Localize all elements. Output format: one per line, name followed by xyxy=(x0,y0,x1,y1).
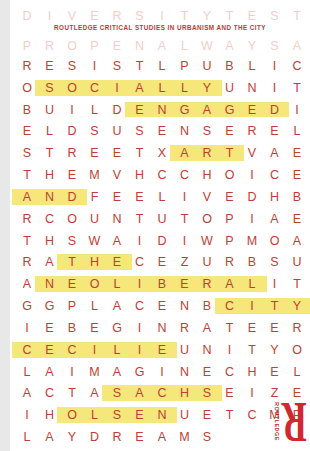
grid-cell: C xyxy=(151,164,174,186)
grid-cell: T xyxy=(218,317,241,339)
grid-cell: P xyxy=(83,37,106,54)
grid-cell: L xyxy=(16,361,39,383)
grid-cell: N xyxy=(151,317,174,339)
grid-cell: Y xyxy=(196,77,219,99)
grid-cell: S xyxy=(128,120,151,142)
grid-cell: V xyxy=(196,186,219,208)
grid-cell: T xyxy=(128,142,151,164)
grid-cell: I xyxy=(151,7,174,24)
grid-cell: U xyxy=(173,339,196,361)
grid-cell: V xyxy=(106,164,129,186)
grid-cell: C xyxy=(38,208,61,230)
grid-cell: Y xyxy=(241,37,264,54)
grid-cell: E xyxy=(38,339,61,361)
grid-cell: N xyxy=(128,37,151,54)
grid-cell: D xyxy=(151,230,174,252)
grid-cell: S xyxy=(106,404,129,426)
grid-cell: S xyxy=(196,382,219,404)
grid-cell: O xyxy=(61,208,84,230)
grid-cell: E xyxy=(61,273,84,295)
grid-cell: G xyxy=(16,295,39,317)
grid-cell: E xyxy=(38,55,61,77)
routledge-logo: ROUTLEDGE R xyxy=(274,398,307,446)
grid-cell: E xyxy=(38,317,61,339)
grid-cell: S xyxy=(263,251,286,273)
grid-cell: R xyxy=(106,426,129,448)
grid-cell: O xyxy=(16,77,39,99)
grid-cell: R xyxy=(196,273,219,295)
grid-cell: T xyxy=(128,208,151,230)
grid-cell: B xyxy=(241,251,264,273)
grid-cell: D xyxy=(16,7,39,24)
grid-cell: T xyxy=(128,55,151,77)
grid-cell: I xyxy=(263,273,286,295)
grid-cell: I xyxy=(38,7,61,24)
grid-cell: A xyxy=(106,361,129,383)
grid-cell: P xyxy=(218,208,241,230)
grid-cell: A xyxy=(218,37,241,54)
grid-cell: I xyxy=(286,99,309,121)
grid-cell: C xyxy=(218,295,241,317)
grid-cell: B xyxy=(286,186,309,208)
grid-cell: A xyxy=(263,208,286,230)
grid-cell: E xyxy=(151,339,174,361)
grid-cell: P xyxy=(218,230,241,252)
grid-cell: N xyxy=(173,120,196,142)
grid-cell: I xyxy=(218,339,241,361)
grid-cell: C xyxy=(151,382,174,404)
grid-cell: B xyxy=(218,55,241,77)
grid-cell: I xyxy=(263,55,286,77)
grid-cell: T xyxy=(218,142,241,164)
grid-cell: S xyxy=(38,77,61,99)
grid-cell: E xyxy=(173,273,196,295)
grid-cell: Y xyxy=(286,295,309,317)
grid-cell: A xyxy=(16,382,39,404)
routledge-logo-text: ROUTLEDGE xyxy=(274,400,280,444)
grid-cell: X xyxy=(151,142,174,164)
grid-cell: I xyxy=(61,99,84,121)
grid-cell: I xyxy=(61,361,84,383)
grid-cell: H xyxy=(196,164,219,186)
grid-cell: U xyxy=(173,404,196,426)
grid-cell: R xyxy=(38,37,61,54)
grid-cell: E xyxy=(128,99,151,121)
grid-cell: T xyxy=(173,208,196,230)
grid-cell: R xyxy=(106,7,129,24)
grid-cell: L xyxy=(173,77,196,99)
grid-cell: G xyxy=(128,361,151,383)
grid-cell: C xyxy=(241,404,264,426)
grid-cell: U xyxy=(106,120,129,142)
grid-cell: L xyxy=(151,77,174,99)
grid-cell: L xyxy=(151,55,174,77)
grid-cell: E xyxy=(241,317,264,339)
grid-cell: A xyxy=(106,230,129,252)
grid-cell: T xyxy=(241,339,264,361)
grid-cell: C xyxy=(128,295,151,317)
grid-cell: L xyxy=(241,273,264,295)
grid-cell: S xyxy=(196,120,219,142)
grid-cell: N xyxy=(196,339,219,361)
grid-cell: D xyxy=(83,426,106,448)
grid-cell: T xyxy=(38,142,61,164)
grid-cell: R xyxy=(196,142,219,164)
grid-cell: T xyxy=(173,7,196,24)
word-search-grid: RESISTLPUBLICOSOCIALLYUNITBUILDENGAGEDIE… xyxy=(10,55,308,448)
grid-cell: R xyxy=(16,251,39,273)
grid-cell: E xyxy=(286,208,309,230)
grid-cell: L xyxy=(151,186,174,208)
grid-cell: I xyxy=(106,77,129,99)
routledge-r-mark-box: R xyxy=(281,399,307,445)
grid-cell: R xyxy=(16,55,39,77)
grid-cell: A xyxy=(151,426,174,448)
grid-cell: I xyxy=(151,361,174,383)
grid-cell: H xyxy=(128,164,151,186)
grid-cell: D xyxy=(263,99,286,121)
grid-cell: U xyxy=(38,99,61,121)
grid-cell: V xyxy=(61,7,84,24)
grid-cell: E xyxy=(196,361,219,383)
grid-cell: L xyxy=(173,37,196,54)
grid-cell: M xyxy=(241,230,264,252)
grid-cell: L xyxy=(106,273,129,295)
grid-cell: T xyxy=(286,273,309,295)
grid-cell: L xyxy=(83,99,106,121)
grid-cell: I xyxy=(241,208,264,230)
grid-cell: B xyxy=(61,317,84,339)
grid-cell: A xyxy=(38,426,61,448)
grid-cell: D xyxy=(61,120,84,142)
grid-cell: L xyxy=(16,426,39,448)
grid-cell: U xyxy=(196,251,219,273)
grid-cell: E xyxy=(286,142,309,164)
grid-cell: E xyxy=(16,120,39,142)
grid-cell: O xyxy=(196,208,219,230)
grid-cell: Z xyxy=(173,251,196,273)
grid-cell: I xyxy=(83,55,106,77)
grid-cell: C xyxy=(128,251,151,273)
grid-cell: U xyxy=(196,55,219,77)
grid-cell: I xyxy=(128,230,151,252)
grid-cell: S xyxy=(196,426,219,448)
grid-cell: C xyxy=(173,164,196,186)
grid-cell: P xyxy=(173,55,196,77)
grid-cell: G xyxy=(38,295,61,317)
grid-cell: E xyxy=(128,426,151,448)
grid-cell: A xyxy=(196,99,219,121)
grid-cell: C xyxy=(38,382,61,404)
grid-cell: A xyxy=(286,230,309,252)
grid-cell: E xyxy=(128,186,151,208)
grid-cell: H xyxy=(38,230,61,252)
faint-letter-row-second: PROPENALWAYSA xyxy=(10,37,308,54)
grid-cell: O xyxy=(61,404,84,426)
grid-cell: E xyxy=(286,164,309,186)
grid-cell: R xyxy=(173,317,196,339)
grid-cell: E xyxy=(106,186,129,208)
grid-cell: I xyxy=(128,273,151,295)
grid-cell: E xyxy=(263,120,286,142)
grid-cell: B xyxy=(16,99,39,121)
grid-cell: O xyxy=(61,37,84,54)
grid-cell: L xyxy=(83,404,106,426)
faint-letter-row-top: DIVERSITYTEST xyxy=(10,7,308,24)
grid-cell: A xyxy=(38,361,61,383)
grid-cell: C xyxy=(286,55,309,77)
grid-cell: O xyxy=(218,164,241,186)
grid-cell: Y xyxy=(61,426,84,448)
grid-cell: A xyxy=(38,251,61,273)
grid-cell: G xyxy=(106,317,129,339)
grid-cell: E xyxy=(151,251,174,273)
grid-cell: N xyxy=(151,404,174,426)
grid-cell: C xyxy=(83,77,106,99)
grid-cell: L xyxy=(286,120,309,142)
grid-cell: U xyxy=(286,251,309,273)
grid-cell: T xyxy=(61,251,84,273)
grid-cell: A xyxy=(16,273,39,295)
grid-cell: S xyxy=(61,55,84,77)
grid-cell: S xyxy=(263,7,286,24)
grid-cell: I xyxy=(83,339,106,361)
grid-cell: O xyxy=(286,339,309,361)
grid-cell: E xyxy=(196,404,219,426)
grid-cell: I xyxy=(263,77,286,99)
grid-cell: L xyxy=(106,339,129,361)
grid-cell: T xyxy=(16,164,39,186)
grid-cell: R xyxy=(241,120,264,142)
grid-cell: S xyxy=(106,382,129,404)
grid-cell: A xyxy=(106,295,129,317)
grid-cell: N xyxy=(38,273,61,295)
grid-cell: I xyxy=(128,339,151,361)
grid-cell: A xyxy=(83,382,106,404)
book-cover: DIVERSITYTEST ROUTLEDGE CRITICAL STUDIES… xyxy=(10,0,310,451)
grid-cell: T xyxy=(263,295,286,317)
grid-cell: I xyxy=(173,230,196,252)
grid-cell: I xyxy=(241,164,264,186)
grid-cell: M xyxy=(173,426,196,448)
grid-cell: L xyxy=(83,295,106,317)
grid-cell: E xyxy=(263,361,286,383)
grid-cell: G xyxy=(218,99,241,121)
grid-cell: G xyxy=(173,99,196,121)
grid-cell: E xyxy=(218,186,241,208)
grid-cell: E xyxy=(83,7,106,24)
grid-cell: M xyxy=(83,361,106,383)
series-title: ROUTLEDGE CRITICAL STUDIES IN URBANISM A… xyxy=(10,24,310,31)
grid-cell: S xyxy=(83,120,106,142)
grid-cell: R xyxy=(218,251,241,273)
grid-cell: U xyxy=(83,208,106,230)
grid-cell: W xyxy=(196,37,219,54)
grid-cell: S xyxy=(128,7,151,24)
grid-cell: B xyxy=(151,273,174,295)
grid-cell: N xyxy=(106,208,129,230)
grid-cell: A xyxy=(263,142,286,164)
grid-cell: H xyxy=(173,382,196,404)
grid-cell: C xyxy=(263,164,286,186)
grid-cell: H xyxy=(83,251,106,273)
grid-cell: E xyxy=(83,142,106,164)
grid-cell: I xyxy=(241,295,264,317)
grid-cell: A xyxy=(286,37,309,54)
grid-cell: L xyxy=(286,361,309,383)
grid-cell: E xyxy=(151,295,174,317)
grid-cell: A xyxy=(16,186,39,208)
grid-cell: E xyxy=(263,317,286,339)
grid-cell: D xyxy=(61,186,84,208)
grid-cell: T xyxy=(286,77,309,99)
grid-cell: E xyxy=(218,382,241,404)
grid-cell: E xyxy=(83,317,106,339)
grid-cell: O xyxy=(61,77,84,99)
grid-cell: A xyxy=(128,382,151,404)
grid-cell: A xyxy=(218,273,241,295)
grid-cell: N xyxy=(151,99,174,121)
grid-cell: E xyxy=(106,142,129,164)
grid-cell: E xyxy=(128,404,151,426)
word-search-board: RESISTLPUBLICOSOCIALLYUNITBUILDENGAGEDIE… xyxy=(10,55,310,448)
grid-cell: N xyxy=(38,186,61,208)
grid-cell: D xyxy=(241,186,264,208)
grid-cell: W xyxy=(196,230,219,252)
routledge-r-icon: R xyxy=(281,400,306,444)
grid-cell: O xyxy=(263,230,286,252)
grid-cell: V xyxy=(241,142,264,164)
grid-cell: U xyxy=(151,208,174,230)
grid-cell: N xyxy=(241,77,264,99)
grid-cell: E xyxy=(61,164,84,186)
grid-cell: I xyxy=(16,404,39,426)
grid-cell: E xyxy=(241,7,264,24)
grid-cell: A xyxy=(196,317,219,339)
grid-cell: E xyxy=(106,251,129,273)
grid-cell: H xyxy=(38,404,61,426)
grid-cell: R xyxy=(61,142,84,164)
grid-cell: T xyxy=(218,7,241,24)
grid-cell: A xyxy=(151,37,174,54)
grid-cell: C xyxy=(16,339,39,361)
grid-cell: N xyxy=(173,361,196,383)
grid-cell: C xyxy=(61,339,84,361)
grid-cell: D xyxy=(106,99,129,121)
grid-cell: T xyxy=(218,404,241,426)
grid-cell: P xyxy=(61,295,84,317)
grid-cell: T xyxy=(16,230,39,252)
grid-cell: A xyxy=(173,142,196,164)
grid-cell: M xyxy=(83,164,106,186)
grid-cell: T xyxy=(286,7,309,24)
grid-cell: S xyxy=(61,230,84,252)
grid-cell: I xyxy=(128,317,151,339)
grid-cell: I xyxy=(241,382,264,404)
grid-cell: Y xyxy=(263,339,286,361)
grid-cell: A xyxy=(128,77,151,99)
grid-cell: P xyxy=(16,37,39,54)
grid-cell: I xyxy=(173,186,196,208)
grid-cell: N xyxy=(173,295,196,317)
grid-cell: E xyxy=(151,120,174,142)
grid-cell: W xyxy=(83,230,106,252)
grid-cell: O xyxy=(83,273,106,295)
grid-cell: S xyxy=(16,142,39,164)
grid-cell: E xyxy=(241,99,264,121)
grid-cell: C xyxy=(218,361,241,383)
grid-cell: H xyxy=(38,164,61,186)
grid-cell: F xyxy=(83,186,106,208)
grid-cell: S xyxy=(106,55,129,77)
grid-cell: L xyxy=(38,120,61,142)
grid-cell: R xyxy=(286,317,309,339)
grid-cell: T xyxy=(61,382,84,404)
grid-cell: I xyxy=(16,317,39,339)
grid-cell: S xyxy=(263,37,286,54)
grid-cell: H xyxy=(263,186,286,208)
grid-cell: U xyxy=(218,77,241,99)
grid-cell: Y xyxy=(196,7,219,24)
grid-cell: L xyxy=(241,55,264,77)
grid-cell: H xyxy=(241,361,264,383)
grid-cell: B xyxy=(196,295,219,317)
grid-cell: E xyxy=(218,120,241,142)
grid-cell: R xyxy=(16,208,39,230)
grid-cell: E xyxy=(106,37,129,54)
